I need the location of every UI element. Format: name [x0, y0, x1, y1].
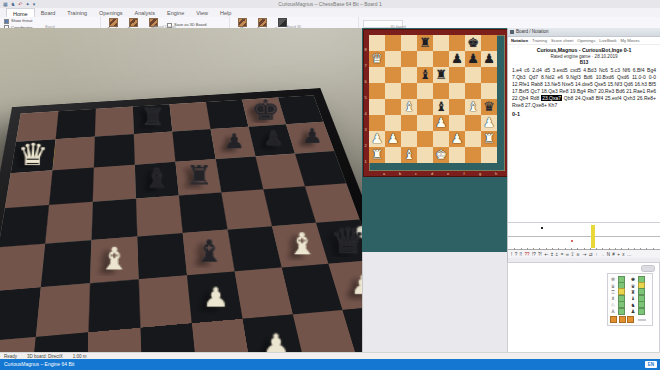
square-b1[interactable]	[385, 147, 401, 163]
square-d6[interactable]: ♝	[135, 162, 179, 199]
square-b8[interactable]	[56, 109, 96, 139]
engine-status-text: CuriousMagnus – Engine 64 Bit	[4, 361, 74, 367]
black-piece-icon: ♟	[630, 308, 636, 314]
axis-tick	[533, 248, 534, 250]
white-piece-icon: ♗	[610, 295, 616, 301]
notation-tab-bar: NotationTrainingScore sheetOpeningsLiveB…	[508, 37, 660, 45]
black-rook-d8[interactable]: ♜	[134, 101, 172, 134]
black-pawn-g7[interactable]: ♟	[465, 51, 481, 67]
annotation-button[interactable]: x	[622, 251, 624, 258]
black-pawn-g7[interactable]: ♟	[253, 121, 293, 156]
square-f5[interactable]	[221, 189, 272, 229]
white-bishop-g4[interactable]: ♝	[465, 99, 481, 115]
rank-label-8: 8	[365, 42, 367, 58]
square-d1[interactable]	[417, 147, 433, 163]
white-pawn-b2[interactable]: ♟	[385, 131, 401, 147]
board-2d-panel: ♜♚♛♟♟♟♝♜♝♝♝♛♟♟♟♟♟♜♜♝♚ abcdefgh 87654321	[362, 28, 507, 252]
black-rook-e6[interactable]: ♜	[178, 157, 220, 194]
file-coordinates: abcdefgh	[376, 171, 504, 176]
annotation-button[interactable]: ??	[524, 251, 529, 258]
square-b3[interactable]	[36, 283, 90, 337]
square-c5[interactable]	[401, 83, 417, 99]
square-e8[interactable]	[170, 102, 211, 132]
square-c8[interactable]	[401, 35, 417, 51]
square-b4[interactable]	[41, 240, 92, 287]
black-king-g8[interactable]: ♚	[465, 35, 481, 51]
black-bishop-e4[interactable]: ♝	[433, 99, 449, 115]
square-e7[interactable]	[433, 51, 449, 67]
black-bishop-d6[interactable]: ♝	[136, 160, 179, 197]
white-piece-icon: ♕	[610, 283, 616, 289]
square-b2[interactable]: ♟	[385, 131, 401, 147]
notation-tab-score-sheet[interactable]: Score sheet	[551, 38, 573, 43]
piece-status-footer	[610, 316, 650, 323]
notation-tab-my-moves[interactable]: My Moves	[621, 38, 640, 43]
axis-tick	[653, 248, 654, 250]
square-f7[interactable]: ♟	[211, 127, 256, 159]
axis-tick	[621, 248, 622, 250]
ribbon-tab-board[interactable]: Board	[35, 8, 62, 17]
square-c4[interactable]: ♝	[90, 237, 139, 284]
white-pawn-e3[interactable]: ♟	[191, 275, 242, 320]
white-pawn-b2[interactable]: ♟	[31, 339, 87, 352]
knight-icon[interactable]: ♞	[11, 0, 15, 8]
checkbox-label: Show threat	[11, 20, 32, 23]
ribbon-tab-training[interactable]: Training	[61, 8, 93, 17]
white-bishop-c4[interactable]: ♝	[90, 238, 138, 281]
square-g2[interactable]	[465, 131, 481, 147]
square-e6[interactable]: ♜	[175, 159, 221, 195]
square-h8[interactable]	[481, 35, 497, 51]
annotation-button[interactable]: !?	[532, 251, 536, 258]
square-e4[interactable]: ♝	[433, 99, 449, 115]
status-chip	[619, 316, 626, 323]
square-a2[interactable]: ♟	[369, 131, 385, 147]
black-rook-e6[interactable]: ♜	[433, 67, 449, 83]
square-c2[interactable]	[401, 131, 417, 147]
ribbon-tab-openings[interactable]: Openings	[93, 8, 129, 17]
game-header-players: Curious,Magnus - CuriousBot,Inge 0-1	[508, 47, 660, 53]
quick-access-toolbar: ▦ ♞ ↶ ✦ ▾	[3, 0, 35, 8]
square-c3[interactable]	[88, 279, 140, 332]
square-c5[interactable]	[91, 199, 137, 240]
square-a1[interactable]: ♜	[369, 147, 385, 163]
white-pawn-a2[interactable]: ♟	[0, 344, 32, 352]
file-label-h: h	[488, 171, 504, 176]
notation-tab-training[interactable]: Training	[532, 38, 547, 43]
black-piece-icon: ♜	[630, 289, 636, 295]
square-d5[interactable]	[136, 195, 183, 236]
axis-tick	[609, 248, 610, 250]
board-2d-frame: ♜♚♛♟♟♟♝♜♝♝♝♛♟♟♟♟♟♜♜♝♚ abcdefgh 87654321	[364, 30, 510, 176]
axis-tick	[558, 248, 559, 250]
axis-tick	[552, 248, 553, 250]
evaluation-graph-panel: !?!!??!??!+-±⩲=∞⩱∓-+⇄↑→N#+x…	[507, 222, 660, 258]
square-f1[interactable]	[449, 147, 465, 163]
white-rook-h2[interactable]: ♜	[353, 311, 363, 352]
status-chip	[627, 316, 634, 323]
square-g3[interactable]	[465, 115, 481, 131]
square-f2[interactable]: ♟	[449, 131, 465, 147]
language-badge[interactable]: EN	[645, 361, 657, 368]
annotation-button[interactable]: ∓	[576, 251, 580, 258]
chessboard-2d[interactable]: ♜♚♛♟♟♟♝♜♝♝♝♛♟♟♟♟♟♜♜♝♚	[369, 35, 497, 163]
eval-red-marker	[571, 240, 573, 242]
white-bishop-c4[interactable]: ♝	[401, 99, 417, 115]
square-b3[interactable]	[385, 115, 401, 131]
annotation-button[interactable]: ⩱	[571, 251, 574, 258]
square-g7[interactable]: ♟	[465, 51, 481, 67]
white-pawn-e3[interactable]: ♟	[433, 115, 449, 131]
white-bishop-g4[interactable]: ♝	[279, 224, 327, 266]
rank-label-5: 5	[365, 90, 367, 106]
square-d3[interactable]	[417, 115, 433, 131]
black-pawn-f7[interactable]: ♟	[214, 124, 254, 159]
annotation-button[interactable]: -+	[582, 251, 586, 258]
square-h6[interactable]	[481, 67, 497, 83]
square-f2[interactable]: ♟	[243, 314, 306, 352]
square-c8[interactable]	[95, 107, 134, 137]
white-piece-icon: ♙	[610, 308, 616, 314]
square-a3[interactable]	[0, 287, 41, 341]
ribbon-tab-help[interactable]: Help	[214, 8, 237, 17]
annotation-button[interactable]: …	[627, 251, 632, 258]
annotation-button[interactable]: N	[607, 251, 610, 258]
move-list[interactable]: 1.e4 c6 2.d4 d5 3.exd5 cxd5 4.Bd3 Nc6 5.…	[508, 65, 660, 111]
square-d4[interactable]	[417, 99, 433, 115]
white-piece-icon: ♘	[610, 302, 616, 308]
square-c1[interactable]: ♝	[401, 147, 417, 163]
square-d4[interactable]	[137, 233, 187, 279]
file-label-f: f	[456, 171, 472, 176]
square-h7[interactable]: ♟	[286, 122, 334, 154]
collapse-pill-button[interactable]	[641, 265, 655, 272]
file-label-d: d	[424, 171, 440, 176]
file-label-g: g	[472, 171, 488, 176]
notation-tab-livebook[interactable]: LiveBook	[599, 38, 616, 43]
chessboard-3d[interactable]: ♜♚♛♟♟♟♝♜♝♝♝♛♟♟♟♟♟♜♜♝♚	[0, 88, 363, 352]
annotation-button[interactable]: ⇄	[589, 251, 593, 258]
square-e1[interactable]: ♚	[433, 147, 449, 163]
checkbox-show-threat[interactable]: Show threat	[4, 19, 96, 24]
square-a3[interactable]	[369, 115, 385, 131]
square-f5[interactable]	[449, 83, 465, 99]
square-f6[interactable]	[449, 67, 465, 83]
square-a6[interactable]	[369, 67, 385, 83]
black-rook-d8[interactable]: ♜	[417, 35, 433, 51]
black-queen-h4[interactable]: ♛	[324, 220, 363, 261]
square-c2[interactable]	[87, 328, 143, 352]
square-a4[interactable]	[369, 99, 385, 115]
black-bishop-e4[interactable]: ♝	[186, 231, 234, 273]
file-label-e: e	[440, 171, 456, 176]
square-a8[interactable]	[369, 35, 385, 51]
ribbon-tab-bar: HomeBoardTrainingOpeningsAnalysisEngineV…	[0, 8, 660, 17]
white-queen-a7[interactable]: ♛	[369, 51, 385, 67]
square-b5[interactable]	[385, 83, 401, 99]
black-piece-icon: ♞	[630, 302, 636, 308]
square-b7[interactable]	[385, 51, 401, 67]
annotation-button[interactable]: ±	[551, 251, 553, 258]
rank-label-2: 2	[365, 138, 367, 154]
white-pawn-f2[interactable]: ♟	[449, 131, 465, 147]
notation-tab-openings[interactable]: Openings	[577, 38, 595, 43]
window-title: CuriousMagnus – ChessBase 64 Bit – Board…	[278, 1, 381, 7]
rank-label-6: 6	[365, 74, 367, 90]
square-g8[interactable]: ♚	[465, 35, 481, 51]
black-piece-icon: ♝	[630, 295, 636, 301]
white-rook-a1[interactable]: ♜	[369, 147, 385, 163]
square-d2[interactable]	[417, 131, 433, 147]
square-c3[interactable]	[401, 115, 417, 131]
white-bishop-c1[interactable]: ♝	[401, 147, 417, 163]
black-piece-icon: ♚	[630, 276, 636, 282]
ribbon-tab-analysis[interactable]: Analysis	[129, 8, 161, 17]
square-a5[interactable]	[369, 83, 385, 99]
annotation-button[interactable]: ?	[515, 251, 518, 258]
square-c4[interactable]: ♝	[401, 99, 417, 115]
rank-label-4: 4	[365, 106, 367, 122]
annotation-button[interactable]: ↑	[595, 251, 597, 258]
status-chip	[610, 316, 617, 323]
eval-black-marker	[541, 227, 543, 229]
zero-line	[508, 236, 660, 237]
square-h2[interactable]: ♜	[481, 131, 497, 147]
white-piece-icon: ♔	[610, 276, 616, 282]
annotation-button[interactable]: #	[612, 251, 615, 258]
square-h1[interactable]	[481, 147, 497, 163]
square-e3[interactable]: ♟	[433, 115, 449, 131]
square-g4[interactable]: ♝	[465, 99, 481, 115]
square-d6[interactable]: ♝	[417, 67, 433, 83]
white-piece-icon: ♖	[610, 289, 616, 295]
status-chip	[638, 308, 645, 315]
square-b5[interactable]	[45, 202, 93, 244]
annotation-button[interactable]: ⩲	[556, 251, 559, 258]
square-a5[interactable]	[0, 205, 49, 247]
white-rook-h2[interactable]: ♜	[481, 131, 497, 147]
square-b4[interactable]	[385, 99, 401, 115]
square-a4[interactable]	[0, 244, 45, 292]
rank-label-1: 1	[365, 154, 367, 170]
white-king-e1[interactable]: ♚	[433, 147, 449, 163]
white-pawn-a2[interactable]: ♟	[369, 131, 385, 147]
square-c6[interactable]	[401, 67, 417, 83]
square-h5[interactable]	[481, 83, 497, 99]
rank-label-7: 7	[365, 58, 367, 74]
square-e2[interactable]	[433, 131, 449, 147]
status-bar: Ready3D board: DirectX1:00 m	[0, 352, 660, 359]
notation-panel-title[interactable]: Board / Notation	[508, 28, 660, 37]
black-bishop-d6[interactable]: ♝	[417, 67, 433, 83]
square-d5[interactable]	[417, 83, 433, 99]
square-f7[interactable]: ♟	[449, 51, 465, 67]
undo-icon[interactable]: ↶	[18, 0, 22, 8]
axis-tick	[590, 248, 591, 250]
square-c6[interactable]	[93, 165, 136, 202]
evaluation-plot[interactable]	[508, 223, 660, 250]
black-queen-h4[interactable]: ♛	[481, 99, 497, 115]
axis-tick	[634, 248, 635, 250]
annotation-button[interactable]: +	[617, 251, 620, 258]
current-move[interactable]: 23.Qxa7	[541, 95, 562, 101]
square-e8[interactable]	[433, 35, 449, 51]
black-pawn-h7[interactable]: ♟	[481, 51, 497, 67]
ribbon-tab-view[interactable]: View	[190, 8, 214, 17]
axis-tick	[602, 248, 603, 250]
square-e6[interactable]: ♜	[433, 67, 449, 83]
ribbon-tab-engine[interactable]: Engine	[161, 8, 190, 17]
board-3d-area: ♜♚♛♟♟♟♝♜♝♝♝♛♟♟♟♟♟♜♜♝♚	[0, 28, 363, 352]
notation-tab-notation[interactable]: Notation	[511, 38, 528, 43]
axis-tick	[539, 248, 540, 250]
square-e3[interactable]: ♟	[187, 271, 243, 323]
square-g5[interactable]	[263, 186, 316, 226]
black-piece-icon: ♛	[630, 283, 636, 289]
annotation-button[interactable]: =	[561, 251, 564, 258]
white-pawn-h3[interactable]: ♟	[481, 115, 497, 131]
axis-tick	[577, 248, 578, 250]
engine-status-bar: CuriousMagnus – Engine 64 Bit EN	[0, 359, 660, 370]
eval-yellow-bar	[591, 225, 595, 248]
square-g5[interactable]	[465, 83, 481, 99]
status-chip	[618, 308, 625, 315]
square-b6[interactable]	[385, 67, 401, 83]
axis-tick	[628, 248, 629, 250]
square-g7[interactable]: ♟	[248, 124, 295, 156]
star-icon[interactable]: ✦	[25, 0, 29, 8]
engine-panel: ♔♚♕♛♖♜♗♝♘♞♙♟	[507, 262, 660, 354]
square-a6[interactable]	[5, 170, 53, 208]
square-f8[interactable]	[449, 35, 465, 51]
square-c7[interactable]	[401, 51, 417, 67]
square-d8[interactable]: ♜	[133, 104, 173, 134]
axis-tick	[596, 248, 597, 250]
piece-status-widget: ♔♚♕♛♖♜♗♝♘♞♙♟	[607, 273, 653, 326]
axis-tick	[514, 248, 515, 250]
square-e5[interactable]	[179, 192, 228, 233]
arrow-tip-icon	[35, 143, 59, 165]
black-pawn-f7[interactable]: ♟	[449, 51, 465, 67]
file-label-c: c	[408, 171, 424, 176]
square-a7[interactable]: ♛	[369, 51, 385, 67]
annotation-button[interactable]: +-	[544, 251, 548, 258]
axis-tick	[640, 248, 641, 250]
file-label-b: b	[392, 171, 408, 176]
square-h7[interactable]: ♟	[481, 51, 497, 67]
axis-tick	[571, 248, 572, 250]
rank-label-3: 3	[365, 122, 367, 138]
square-f4[interactable]	[449, 99, 465, 115]
square-d8[interactable]: ♜	[417, 35, 433, 51]
square-g6[interactable]	[256, 154, 305, 190]
square-g4[interactable]: ♝	[272, 223, 328, 268]
white-pawn-h3[interactable]: ♟	[338, 263, 363, 307]
file-label-a: a	[376, 171, 392, 176]
square-f3[interactable]	[449, 115, 465, 131]
piece-status-row: ♙♟	[610, 308, 650, 314]
axis-tick	[546, 248, 547, 250]
axis-tick	[565, 248, 566, 250]
square-g6[interactable]	[465, 67, 481, 83]
square-h6[interactable]	[295, 151, 346, 186]
ribbon-tab-home[interactable]: Home	[6, 8, 35, 17]
notation-panel: Board / Notation NotationTrainingScore s…	[507, 28, 660, 222]
app-window: ▦ ♞ ↶ ✦ ▾ CuriousMagnus – ChessBase 64 B…	[0, 0, 660, 370]
axis-tick	[646, 248, 647, 250]
square-g1[interactable]	[465, 147, 481, 163]
square-d3[interactable]	[139, 275, 192, 327]
axis-tick	[521, 248, 522, 250]
axis-tick	[584, 248, 585, 250]
square-e5[interactable]	[433, 83, 449, 99]
square-b8[interactable]	[385, 35, 401, 51]
white-pawn-f2[interactable]: ♟	[249, 320, 304, 352]
rank-coordinates: 87654321	[365, 42, 367, 170]
square-h4[interactable]: ♛	[481, 99, 497, 115]
annotation-button[interactable]: !	[511, 251, 512, 258]
board-icon[interactable]: ▦	[3, 0, 8, 8]
black-pawn-h7[interactable]: ♟	[292, 119, 332, 153]
square-a2[interactable]: ♟	[0, 337, 36, 352]
annotation-button[interactable]: ∞	[566, 251, 569, 258]
square-h3[interactable]: ♟	[481, 115, 497, 131]
game-result: 0-1	[508, 111, 660, 117]
square-b6[interactable]	[49, 167, 94, 204]
annotation-button[interactable]: !!	[520, 251, 523, 258]
square-e4[interactable]: ♝	[183, 230, 235, 276]
square-d2[interactable]	[140, 323, 197, 352]
axis-tick	[527, 248, 528, 250]
dropdown-icon[interactable]: ▾	[33, 0, 36, 8]
checkbox-icon	[4, 19, 9, 24]
mini-progress-bar	[638, 319, 646, 322]
axis-tick	[615, 248, 616, 250]
square-d7[interactable]	[417, 51, 433, 67]
annotation-button[interactable]: →	[600, 251, 605, 258]
annotation-button[interactable]: ?!	[538, 251, 542, 258]
game-header-event: Rated engine game · 28.10.2019	[508, 54, 660, 59]
